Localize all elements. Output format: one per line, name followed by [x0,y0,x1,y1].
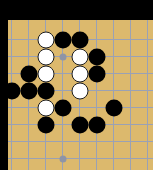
grid-line-vertical [130,20,131,170]
black-stone[interactable] [88,48,105,65]
black-stone[interactable] [71,116,88,133]
go-diagram [0,0,153,170]
black-stone[interactable] [54,31,71,48]
grid-line-horizontal [8,141,153,142]
black-stone[interactable] [54,99,71,116]
grid-line-horizontal [8,158,153,159]
white-stone[interactable] [37,31,54,48]
white-stone[interactable] [37,65,54,82]
star-point [59,155,66,162]
white-stone[interactable] [37,99,54,116]
grid-line-vertical [113,20,114,170]
white-stone[interactable] [37,48,54,65]
black-stone[interactable] [88,116,105,133]
white-stone[interactable] [71,82,88,99]
black-stone[interactable] [37,116,54,133]
grid-line-horizontal [8,107,153,108]
black-stone[interactable] [20,82,37,99]
grid-line-vertical [147,20,148,170]
black-stone[interactable] [88,65,105,82]
black-stone[interactable] [3,82,20,99]
go-board[interactable] [8,20,153,170]
white-stone[interactable] [71,48,88,65]
star-point [59,53,66,60]
black-stone[interactable] [71,31,88,48]
black-stone[interactable] [105,99,122,116]
grid-line-vertical [96,20,97,170]
black-stone[interactable] [37,82,54,99]
white-stone[interactable] [71,65,88,82]
black-stone[interactable] [20,65,37,82]
